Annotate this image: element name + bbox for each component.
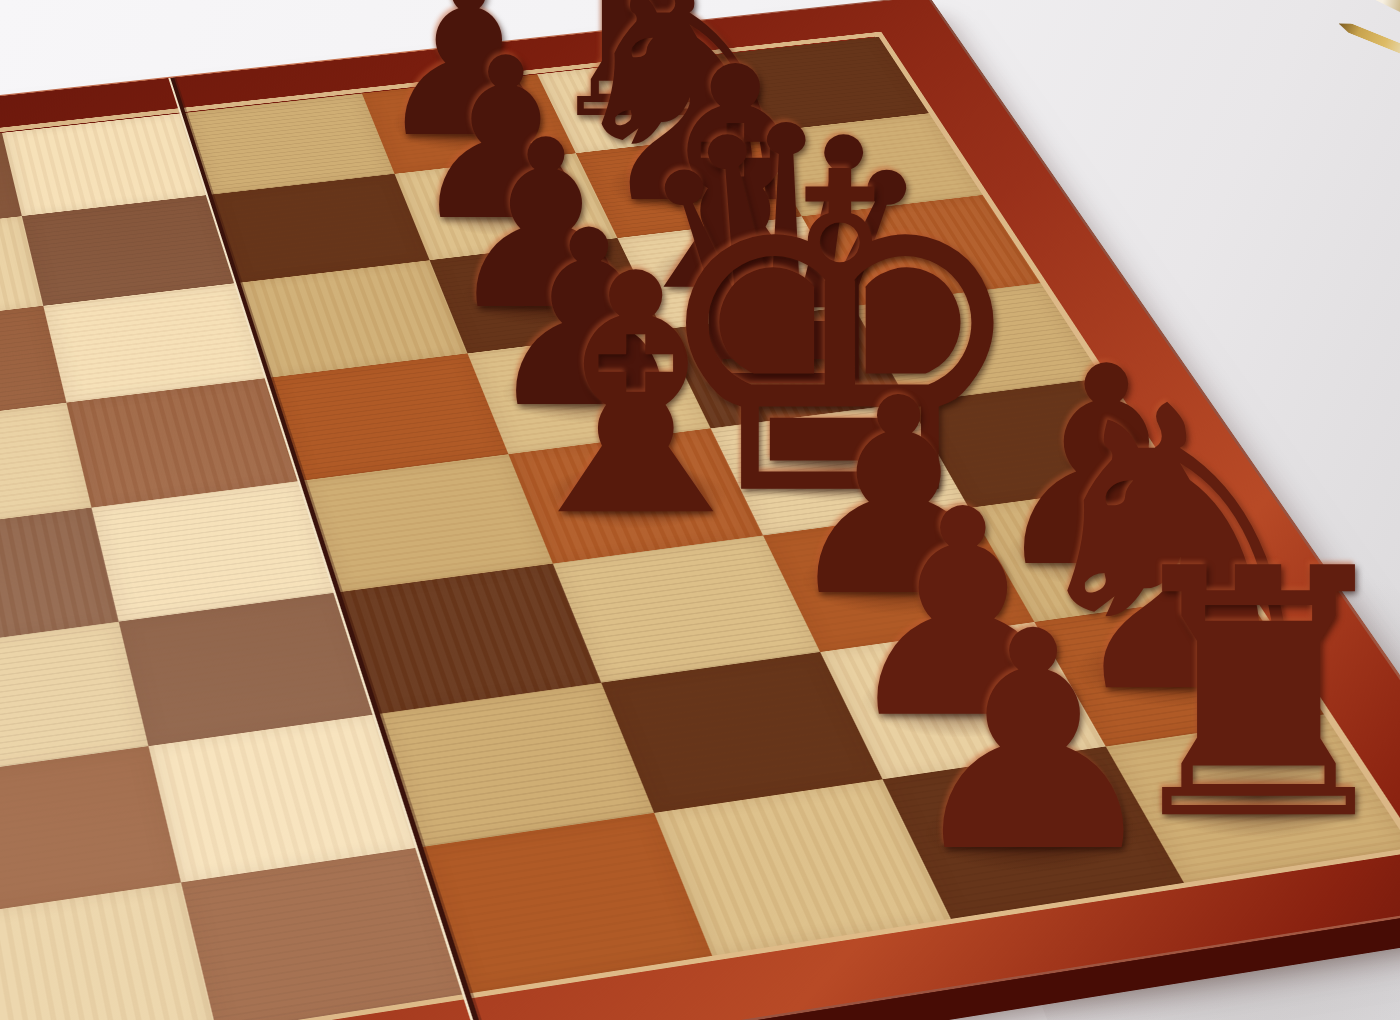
square-d3[interactable] xyxy=(43,283,269,403)
square-e3[interactable] xyxy=(238,260,467,378)
square-c7[interactable] xyxy=(0,746,181,918)
square-e7[interactable] xyxy=(377,683,654,848)
square-d7[interactable] xyxy=(148,714,420,882)
square-c6[interactable] xyxy=(0,622,148,779)
left-leaf-glare xyxy=(0,113,462,1020)
square-d1[interactable] xyxy=(2,113,210,216)
square-d4[interactable] xyxy=(66,378,302,508)
square-d8[interactable] xyxy=(181,847,468,1020)
pencil-tip-object xyxy=(1337,19,1400,55)
piece-rook-h8[interactable]: ♜ xyxy=(1105,525,1400,867)
square-d6[interactable] xyxy=(119,592,378,746)
square-c2[interactable] xyxy=(0,216,43,329)
square-c4[interactable] xyxy=(0,403,91,535)
square-e4[interactable] xyxy=(269,353,508,480)
square-d5[interactable] xyxy=(91,481,338,622)
background-object-sliver xyxy=(1370,0,1400,12)
square-c3[interactable] xyxy=(0,306,66,428)
photo-scene: ♟♜♟♞♟♝♟♛♝♚♟♟♟♞♟♜ xyxy=(0,0,1400,1020)
square-e2[interactable] xyxy=(210,174,430,283)
square-c8[interactable] xyxy=(0,882,217,1020)
square-e1[interactable] xyxy=(184,93,395,194)
square-e8[interactable] xyxy=(420,813,712,994)
square-c5[interactable] xyxy=(0,508,119,652)
square-d2[interactable] xyxy=(22,195,238,306)
